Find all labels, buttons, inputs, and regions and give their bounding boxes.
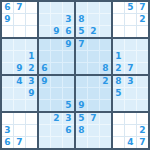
cell-r1c7[interactable] [76, 2, 87, 13]
cell-r1c4[interactable] [39, 2, 50, 13]
box-R4C4: 247 [113, 113, 148, 148]
cell-r1c8[interactable] [88, 2, 99, 13]
cell-r8c4[interactable] [39, 88, 50, 99]
cell-r7c9[interactable]: 2 [100, 76, 111, 87]
cell-r4c5[interactable] [51, 39, 62, 50]
cell-r3c6[interactable]: 6 [63, 26, 74, 37]
cell-r1c3[interactable] [26, 2, 37, 13]
cell-r1c12[interactable]: 7 [137, 2, 148, 13]
cell-r8c3[interactable]: 9 [26, 88, 37, 99]
cell-r4c4[interactable] [39, 39, 50, 50]
box-R2C3: 78 [76, 39, 111, 74]
cell-r8c11[interactable] [125, 88, 136, 99]
box-R1C3: 852 [76, 2, 111, 37]
cell-r4c11[interactable] [125, 39, 136, 50]
cell-r6c4[interactable]: 6 [39, 63, 50, 74]
cell-r3c7[interactable]: 5 [76, 26, 87, 37]
cell-r4c1[interactable] [2, 39, 13, 50]
cell-r10c10[interactable] [113, 113, 124, 124]
cell-r6c3[interactable]: 2 [26, 63, 37, 74]
cell-r6c12[interactable] [137, 63, 148, 74]
cell-r10c11[interactable] [125, 113, 136, 124]
cell-r4c10[interactable] [113, 39, 124, 50]
cell-r9c4[interactable] [39, 100, 50, 111]
cell-r9c1[interactable] [2, 100, 13, 111]
cell-r1c2[interactable]: 7 [14, 2, 25, 13]
cell-r3c3[interactable] [26, 26, 37, 37]
cell-r7c8[interactable] [88, 76, 99, 87]
cell-r9c10[interactable] [113, 100, 124, 111]
cell-r7c11[interactable]: 3 [125, 76, 136, 87]
cell-r7c5[interactable] [51, 76, 62, 87]
cell-r4c2[interactable] [14, 39, 25, 50]
cell-r5c4[interactable] [39, 51, 50, 62]
cell-r6c9[interactable]: 8 [100, 63, 111, 74]
cell-r2c3[interactable] [26, 14, 37, 25]
cell-r2c11[interactable] [125, 14, 136, 25]
cell-r4c6[interactable]: 9 [63, 39, 74, 50]
cell-r5c1[interactable] [2, 51, 13, 62]
cell-r7c7[interactable] [76, 76, 87, 87]
cell-r3c10[interactable] [113, 26, 124, 37]
cell-r6c5[interactable] [51, 63, 62, 74]
cell-r6c8[interactable] [88, 63, 99, 74]
cell-r12c4[interactable] [39, 137, 50, 148]
cell-r10c4[interactable] [39, 113, 50, 124]
cell-r3c2[interactable] [14, 26, 25, 37]
cell-r8c5[interactable] [51, 88, 62, 99]
cell-r7c12[interactable] [137, 76, 148, 87]
cell-r12c1[interactable]: 6 [2, 137, 13, 148]
cell-r5c5[interactable] [51, 51, 62, 62]
cell-r4c3[interactable] [26, 39, 37, 50]
box-R4C2: 236 [39, 113, 74, 148]
cell-r10c9[interactable] [100, 113, 111, 124]
cell-r4c9[interactable] [100, 39, 111, 50]
cell-r9c2[interactable] [14, 100, 25, 111]
cell-r6c2[interactable]: 9 [14, 63, 25, 74]
cell-r12c5[interactable] [51, 137, 62, 148]
cell-r3c1[interactable] [2, 26, 13, 37]
cell-r8c2[interactable] [14, 88, 25, 99]
cell-r9c8[interactable] [88, 100, 99, 111]
cell-r11c8[interactable] [88, 125, 99, 136]
cell-r6c11[interactable]: 7 [125, 63, 136, 74]
cell-r9c9[interactable] [100, 100, 111, 111]
cell-r7c2[interactable]: 4 [14, 76, 25, 87]
cell-r8c9[interactable] [100, 88, 111, 99]
cell-r12c3[interactable] [26, 137, 37, 148]
cell-r10c7[interactable]: 5 [76, 113, 87, 124]
cell-r3c11[interactable] [125, 26, 136, 37]
cell-r5c11[interactable] [125, 51, 136, 62]
cell-r2c8[interactable] [88, 14, 99, 25]
cell-r3c8[interactable]: 2 [88, 26, 99, 37]
cell-r11c6[interactable]: 6 [63, 125, 74, 136]
cell-r5c2[interactable] [14, 51, 25, 62]
cell-r1c5[interactable] [51, 2, 62, 13]
cell-r2c2[interactable] [14, 14, 25, 25]
cell-r3c5[interactable]: 9 [51, 26, 62, 37]
box-R3C2: 95 [39, 76, 74, 111]
cell-r10c2[interactable] [14, 113, 25, 124]
box-R1C1: 679 [2, 2, 37, 37]
box-R4C1: 367 [2, 113, 37, 148]
cell-r7c10[interactable]: 8 [113, 76, 124, 87]
box-R2C4: 127 [113, 39, 148, 74]
cell-r5c6[interactable] [63, 51, 74, 62]
box-R2C2: 96 [39, 39, 74, 74]
cell-r6c7[interactable] [76, 63, 87, 74]
cell-r1c1[interactable]: 6 [2, 2, 13, 13]
cell-r10c5[interactable]: 2 [51, 113, 62, 124]
cell-r4c8[interactable] [88, 39, 99, 50]
cell-r3c9[interactable] [100, 26, 111, 37]
cell-r2c9[interactable] [100, 14, 111, 25]
cell-r12c6[interactable] [63, 137, 74, 148]
cell-r2c12[interactable]: 2 [137, 14, 148, 25]
cell-r2c5[interactable] [51, 14, 62, 25]
cell-r12c12[interactable]: 7 [137, 137, 148, 148]
cell-r8c8[interactable] [88, 88, 99, 99]
cell-r9c11[interactable] [125, 100, 136, 111]
cell-r2c4[interactable] [39, 14, 50, 25]
cell-r5c3[interactable]: 1 [26, 51, 37, 62]
cell-r6c10[interactable]: 2 [113, 63, 124, 74]
cell-r10c1[interactable] [2, 113, 13, 124]
cell-r5c10[interactable]: 1 [113, 51, 124, 62]
cell-r11c7[interactable]: 8 [76, 125, 87, 136]
cell-r9c3[interactable] [26, 100, 37, 111]
cell-r1c11[interactable]: 5 [125, 2, 136, 13]
box-R2C1: 192 [2, 39, 37, 74]
cell-r10c12[interactable] [137, 113, 148, 124]
cell-r9c5[interactable] [51, 100, 62, 111]
cell-r7c4[interactable]: 9 [39, 76, 50, 87]
cell-r12c10[interactable] [113, 137, 124, 148]
box-R1C4: 572 [113, 2, 148, 37]
box-R1C2: 396 [39, 2, 74, 37]
cell-r10c8[interactable]: 7 [88, 113, 99, 124]
cell-r2c10[interactable] [113, 14, 124, 25]
cell-r12c11[interactable]: 4 [125, 137, 136, 148]
cell-r5c9[interactable] [100, 51, 111, 62]
box-R3C1: 439 [2, 76, 37, 111]
cell-r2c6[interactable]: 3 [63, 14, 74, 25]
cell-r9c12[interactable] [137, 100, 148, 111]
cell-r7c3[interactable]: 3 [26, 76, 37, 87]
cell-r7c1[interactable] [2, 76, 13, 87]
cell-r8c1[interactable] [2, 88, 13, 99]
cell-r8c6[interactable] [63, 88, 74, 99]
sudoku-board: 6793968525721929678127439952983536723657… [0, 0, 150, 150]
cell-r9c6[interactable]: 5 [63, 100, 74, 111]
cell-r12c8[interactable] [88, 137, 99, 148]
cell-r2c7[interactable]: 8 [76, 14, 87, 25]
cell-r11c4[interactable] [39, 125, 50, 136]
cell-r12c2[interactable]: 7 [14, 137, 25, 148]
cell-r2c1[interactable]: 9 [2, 14, 13, 25]
cell-r4c12[interactable] [137, 39, 148, 50]
cell-r7c6[interactable] [63, 76, 74, 87]
cell-r1c10[interactable] [113, 2, 124, 13]
cell-r12c9[interactable] [100, 137, 111, 148]
cell-r6c1[interactable] [2, 63, 13, 74]
cell-r11c10[interactable] [113, 125, 124, 136]
cell-r8c12[interactable] [137, 88, 148, 99]
cell-r11c12[interactable]: 2 [137, 125, 148, 136]
cell-r11c5[interactable] [51, 125, 62, 136]
cell-r12c7[interactable] [76, 137, 87, 148]
cell-r11c2[interactable] [14, 125, 25, 136]
cell-r11c3[interactable] [26, 125, 37, 136]
cell-r11c1[interactable]: 3 [2, 125, 13, 136]
cell-r9c7[interactable]: 9 [76, 100, 87, 111]
cell-r8c7[interactable] [76, 88, 87, 99]
cell-r3c4[interactable] [39, 26, 50, 37]
box-R4C3: 578 [76, 113, 111, 148]
cell-r10c6[interactable]: 3 [63, 113, 74, 124]
cell-r10c3[interactable] [26, 113, 37, 124]
cell-r5c8[interactable] [88, 51, 99, 62]
cell-r5c7[interactable] [76, 51, 87, 62]
box-R3C4: 835 [113, 76, 148, 111]
cell-r11c9[interactable] [100, 125, 111, 136]
cell-r5c12[interactable] [137, 51, 148, 62]
cell-r6c6[interactable] [63, 63, 74, 74]
cell-r1c6[interactable] [63, 2, 74, 13]
cell-r1c9[interactable] [100, 2, 111, 13]
cell-r8c10[interactable]: 5 [113, 88, 124, 99]
cell-r11c11[interactable] [125, 125, 136, 136]
cell-r4c7[interactable]: 7 [76, 39, 87, 50]
cell-r3c12[interactable] [137, 26, 148, 37]
box-R3C3: 29 [76, 76, 111, 111]
